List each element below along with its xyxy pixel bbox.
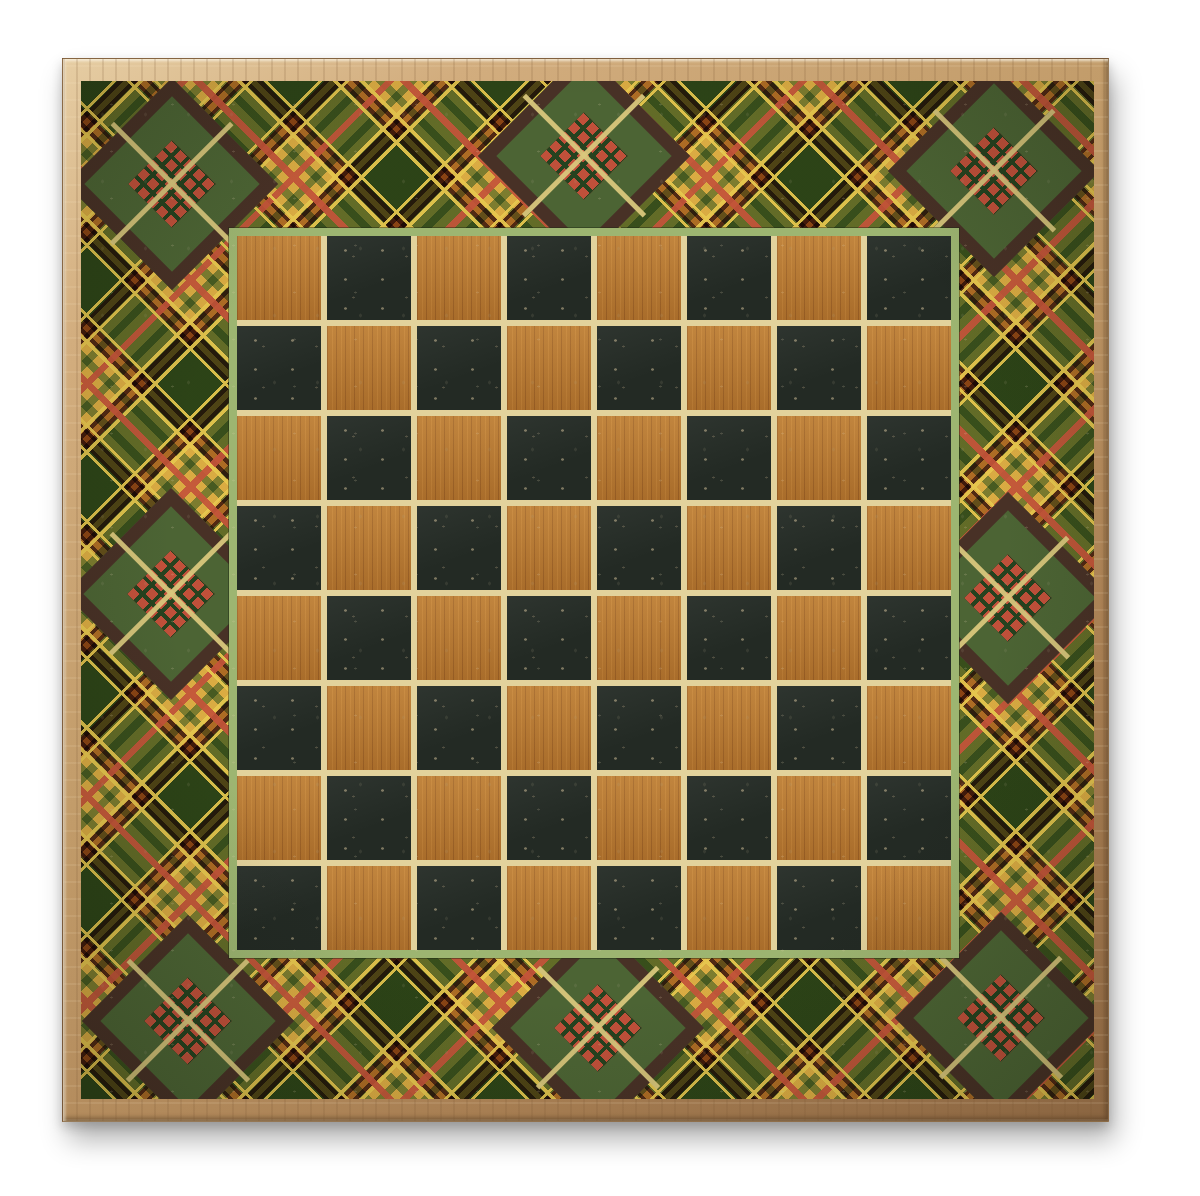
square-h5[interactable] (867, 506, 951, 590)
square-d1[interactable] (507, 866, 591, 950)
square-e5[interactable] (597, 506, 681, 590)
square-c8[interactable] (417, 236, 501, 320)
square-a5[interactable] (237, 506, 321, 590)
red-crosshatch-center (957, 974, 1045, 1062)
tartan-panel (81, 81, 1094, 1099)
square-a7[interactable] (237, 326, 321, 410)
checkerboard-grid (237, 236, 951, 950)
game-board (62, 58, 1109, 1122)
square-a4[interactable] (237, 596, 321, 680)
square-d8[interactable] (507, 236, 591, 320)
square-e2[interactable] (597, 776, 681, 860)
square-d2[interactable] (507, 776, 591, 860)
square-f1[interactable] (687, 866, 771, 950)
square-b2[interactable] (327, 776, 411, 860)
square-a3[interactable] (237, 686, 321, 770)
square-e7[interactable] (597, 326, 681, 410)
square-d3[interactable] (507, 686, 591, 770)
square-g5[interactable] (777, 506, 861, 590)
square-g6[interactable] (777, 416, 861, 500)
red-crosshatch-center (950, 127, 1038, 215)
square-e8[interactable] (597, 236, 681, 320)
red-crosshatch-center (540, 112, 628, 200)
square-a8[interactable] (237, 236, 321, 320)
square-b1[interactable] (327, 866, 411, 950)
square-b7[interactable] (327, 326, 411, 410)
square-f8[interactable] (687, 236, 771, 320)
square-d5[interactable] (507, 506, 591, 590)
square-h8[interactable] (867, 236, 951, 320)
square-a6[interactable] (237, 416, 321, 500)
square-b5[interactable] (327, 506, 411, 590)
red-crosshatch-center (128, 140, 216, 228)
square-g7[interactable] (777, 326, 861, 410)
square-c3[interactable] (417, 686, 501, 770)
square-h3[interactable] (867, 686, 951, 770)
square-h1[interactable] (867, 866, 951, 950)
square-c1[interactable] (417, 866, 501, 950)
square-d6[interactable] (507, 416, 591, 500)
square-c2[interactable] (417, 776, 501, 860)
square-c5[interactable] (417, 506, 501, 590)
square-b4[interactable] (327, 596, 411, 680)
square-h4[interactable] (867, 596, 951, 680)
square-d4[interactable] (507, 596, 591, 680)
square-b6[interactable] (327, 416, 411, 500)
square-h2[interactable] (867, 776, 951, 860)
square-c7[interactable] (417, 326, 501, 410)
square-c4[interactable] (417, 596, 501, 680)
square-f5[interactable] (687, 506, 771, 590)
square-c6[interactable] (417, 416, 501, 500)
square-a2[interactable] (237, 776, 321, 860)
red-crosshatch-center (964, 554, 1052, 642)
square-h6[interactable] (867, 416, 951, 500)
red-crosshatch-center (127, 550, 215, 638)
checkerboard (229, 228, 959, 958)
square-g8[interactable] (777, 236, 861, 320)
square-f7[interactable] (687, 326, 771, 410)
square-b3[interactable] (327, 686, 411, 770)
square-g3[interactable] (777, 686, 861, 770)
square-f2[interactable] (687, 776, 771, 860)
square-g1[interactable] (777, 866, 861, 950)
square-e4[interactable] (597, 596, 681, 680)
red-crosshatch-center (554, 984, 642, 1072)
square-h7[interactable] (867, 326, 951, 410)
square-e6[interactable] (597, 416, 681, 500)
square-e3[interactable] (597, 686, 681, 770)
square-d7[interactable] (507, 326, 591, 410)
square-e1[interactable] (597, 866, 681, 950)
square-f3[interactable] (687, 686, 771, 770)
square-g2[interactable] (777, 776, 861, 860)
square-f4[interactable] (687, 596, 771, 680)
square-f6[interactable] (687, 416, 771, 500)
square-g4[interactable] (777, 596, 861, 680)
square-a1[interactable] (237, 866, 321, 950)
red-crosshatch-center (144, 977, 232, 1065)
square-b8[interactable] (327, 236, 411, 320)
